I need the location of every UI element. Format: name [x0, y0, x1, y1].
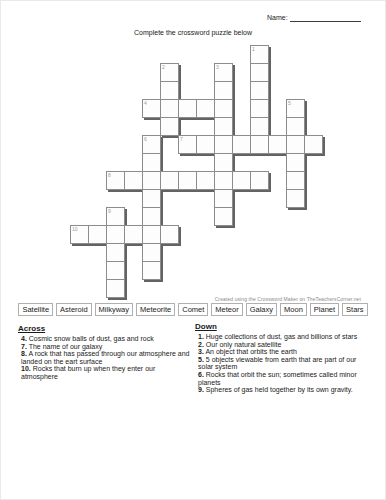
word-bank-item: Asteroid: [56, 303, 92, 316]
grid-cell[interactable]: [124, 171, 143, 190]
grid-cell[interactable]: [286, 153, 305, 172]
grid-cell[interactable]: [142, 225, 161, 244]
grid-cell[interactable]: [124, 225, 143, 244]
grid-cell[interactable]: [196, 135, 215, 154]
grid-cell[interactable]: [214, 171, 233, 190]
clue: 4. Cosmic snow balls of dust, gas and ro…: [21, 335, 194, 343]
down-clue-list: 1. Huge collections of dust, gas and bil…: [195, 333, 370, 394]
worksheet-page: Name: Complete the crossword puzzle belo…: [0, 0, 386, 500]
grid-cell[interactable]: [160, 99, 179, 118]
grid-cell[interactable]: 4: [142, 99, 161, 118]
across-heading: Across: [18, 324, 194, 333]
name-row: Name:: [267, 13, 361, 22]
grid-cell[interactable]: [286, 189, 305, 208]
grid-cell[interactable]: [160, 81, 179, 100]
grid-cell[interactable]: [106, 225, 125, 244]
grid-cell[interactable]: 1: [250, 45, 269, 64]
grid-cell[interactable]: [106, 279, 125, 298]
across-clue-list: 4. Cosmic snow balls of dust, gas and ro…: [18, 335, 194, 381]
down-clues-section: Down 1. Huge collections of dust, gas an…: [195, 322, 370, 394]
grid-cell[interactable]: [286, 171, 305, 190]
clue: 2. Our only natural satellite: [198, 341, 370, 349]
grid-cell[interactable]: [106, 261, 125, 280]
clue: 7. The name of our galaxy: [21, 343, 194, 351]
clue: 8. A rock that has passed through our at…: [21, 350, 194, 365]
grid-cell[interactable]: [268, 135, 287, 154]
clue-number: 4: [144, 100, 147, 106]
name-blank-line[interactable]: [290, 13, 361, 22]
grid-cell[interactable]: 6: [142, 135, 161, 154]
word-bank-item: Planet: [310, 303, 339, 316]
grid-cell[interactable]: 5: [286, 99, 305, 118]
word-bank-item: Meteor: [211, 303, 242, 316]
grid-cell[interactable]: 10: [70, 225, 89, 244]
down-heading: Down: [195, 322, 370, 331]
grid-cell[interactable]: 8: [106, 171, 125, 190]
grid-cell[interactable]: [214, 189, 233, 208]
clue-number: 7: [180, 136, 183, 142]
clue-number: 5: [288, 100, 291, 106]
word-bank-item: Meteorite: [136, 303, 175, 316]
grid-cell[interactable]: [160, 171, 179, 190]
grid-cell[interactable]: 3: [214, 63, 233, 82]
grid-cell[interactable]: [232, 171, 251, 190]
grid-cell[interactable]: [214, 153, 233, 172]
word-bank-item: Stars: [342, 303, 368, 316]
name-label: Name:: [267, 14, 288, 21]
grid-cell[interactable]: [142, 261, 161, 280]
grid-cell[interactable]: [142, 207, 161, 226]
word-bank-item: Galaxy: [246, 303, 277, 316]
word-bank-item: Moon: [280, 303, 307, 316]
word-bank: SatelliteAsteroidMilkywayMeteoriteCometM…: [0, 303, 386, 316]
word-bank-item: Milkyway: [95, 303, 133, 316]
clue: 9. Spheres of gas held together by its o…: [198, 386, 370, 394]
grid-cell[interactable]: [142, 243, 161, 262]
grid-cell[interactable]: [304, 135, 323, 154]
word-bank-item: Comet: [178, 303, 208, 316]
word-bank-item: Satellite: [18, 303, 53, 316]
across-clues-section: Across 4. Cosmic snow balls of dust, gas…: [18, 324, 194, 381]
grid-cell[interactable]: [250, 171, 269, 190]
grid-cell[interactable]: [142, 171, 161, 190]
crossword-grid: 12345678910: [70, 45, 323, 298]
grid-cell[interactable]: [250, 135, 269, 154]
grid-cell[interactable]: [214, 117, 233, 136]
clue: 5. 5 objects viewable from earth that ar…: [198, 356, 370, 371]
grid-cell[interactable]: [196, 99, 215, 118]
grid-cell[interactable]: 9: [106, 207, 125, 226]
clue: 1. Huge collections of dust, gas and bil…: [198, 333, 370, 341]
grid-cell[interactable]: [106, 243, 125, 262]
clue-number: 9: [108, 208, 111, 214]
grid-cell[interactable]: [178, 99, 197, 118]
grid-cell[interactable]: 2: [160, 63, 179, 82]
grid-cell[interactable]: [214, 99, 233, 118]
grid-cell[interactable]: [214, 207, 233, 226]
grid-cell[interactable]: [214, 135, 233, 154]
grid-cell[interactable]: [286, 135, 305, 154]
grid-cell[interactable]: [160, 117, 179, 136]
credit-text: Created using the Crossword Maker on The…: [215, 296, 361, 302]
clue-number: 2: [162, 64, 165, 70]
clue: 10. Rocks that burn up when they enter o…: [21, 365, 194, 380]
clue-number: 1: [252, 46, 255, 52]
clue-number: 3: [216, 64, 219, 70]
grid-cell[interactable]: 7: [178, 135, 197, 154]
grid-cell[interactable]: [142, 189, 161, 208]
clue-number: 6: [144, 136, 147, 142]
grid-cell[interactable]: [286, 117, 305, 136]
grid-cell[interactable]: [232, 135, 251, 154]
grid-cell[interactable]: [250, 117, 269, 136]
clue-number: 8: [108, 172, 111, 178]
grid-cell[interactable]: [250, 63, 269, 82]
grid-cell[interactable]: [196, 171, 215, 190]
grid-cell[interactable]: [250, 99, 269, 118]
clue: 3. An object that orbits the earth: [198, 348, 370, 356]
grid-cell[interactable]: [142, 153, 161, 172]
grid-cell[interactable]: [178, 171, 197, 190]
clue-number: 10: [72, 226, 78, 232]
grid-cell[interactable]: [88, 225, 107, 244]
clue: 6. Rocks that orbit the sun; sometimes c…: [198, 371, 370, 386]
grid-cell[interactable]: [250, 81, 269, 100]
instruction-text: Complete the crossword puzzle below: [0, 29, 386, 36]
grid-cell[interactable]: [160, 225, 179, 244]
grid-cell[interactable]: [214, 81, 233, 100]
